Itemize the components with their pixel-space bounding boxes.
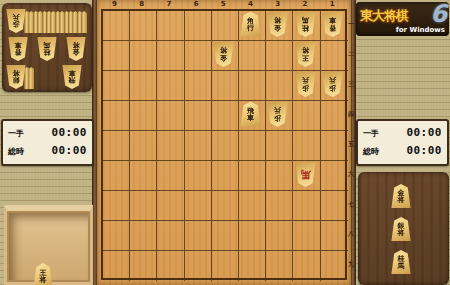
file-label: 9 bbox=[101, 0, 128, 8]
file-label: 6 bbox=[183, 0, 210, 8]
board-square-5八[interactable] bbox=[212, 221, 239, 251]
board-square-5五[interactable] bbox=[212, 131, 239, 161]
hand-piece-gote-knight[interactable]: 桂馬 bbox=[37, 37, 57, 61]
board-square-9七[interactable] bbox=[103, 191, 130, 221]
hand-slat-gote-pawn[interactable] bbox=[81, 11, 87, 33]
clock-value: 00:00 bbox=[51, 126, 87, 139]
board-square-9二[interactable] bbox=[103, 41, 130, 71]
board-square-4七[interactable] bbox=[239, 191, 266, 221]
gote-clock: 一手 00:00 総時 00:00 bbox=[1, 119, 94, 166]
board-square-6四[interactable] bbox=[185, 101, 212, 131]
hand-piece-gote-silver[interactable]: 銀将 bbox=[6, 65, 26, 89]
hand-piece-sente-knight[interactable]: 桂馬 bbox=[391, 250, 411, 274]
board-square-1五[interactable] bbox=[321, 131, 348, 161]
board-square-8一[interactable] bbox=[130, 11, 157, 41]
board-square-6七[interactable] bbox=[185, 191, 212, 221]
board-square-4二[interactable] bbox=[239, 41, 266, 71]
hand-slat-gote-silver[interactable] bbox=[28, 67, 34, 89]
hand-piece-sente-gold[interactable]: 金将 bbox=[391, 184, 411, 208]
board-square-9六[interactable] bbox=[103, 161, 130, 191]
board-square-2八[interactable] bbox=[293, 221, 320, 251]
board-square-7三[interactable] bbox=[157, 71, 184, 101]
board-square-9三[interactable] bbox=[103, 71, 130, 101]
board-square-1九[interactable] bbox=[321, 251, 348, 281]
board-square-8九[interactable] bbox=[130, 251, 157, 281]
board-square-5一[interactable] bbox=[212, 11, 239, 41]
board-square-1七[interactable] bbox=[321, 191, 348, 221]
sente-captured-pieces-tray[interactable]: 金将銀将桂馬 bbox=[358, 172, 449, 285]
board-square-6一[interactable] bbox=[185, 11, 212, 41]
board-square-1四[interactable] bbox=[321, 101, 348, 131]
rank-label: 四 bbox=[347, 110, 355, 118]
board-square-6九[interactable] bbox=[185, 251, 212, 281]
board-square-3七[interactable] bbox=[266, 191, 293, 221]
shogi-board: 987654321一二三四五六七八九角行金将桂馬香車金将王将歩兵歩兵歩兵飛車馬 bbox=[97, 0, 351, 285]
rank-label: 八 bbox=[347, 230, 355, 238]
board-square-8三[interactable] bbox=[130, 71, 157, 101]
board-square-9八[interactable] bbox=[103, 221, 130, 251]
board-square-7二[interactable] bbox=[157, 41, 184, 71]
board-square-7一[interactable] bbox=[157, 11, 184, 41]
rank-label: 六 bbox=[347, 170, 355, 178]
board-square-8二[interactable] bbox=[130, 41, 157, 71]
board-square-2四[interactable] bbox=[293, 101, 320, 131]
app-logo: 東大将棋 6 for Windows bbox=[356, 2, 449, 36]
board-square-7五[interactable] bbox=[157, 131, 184, 161]
board-square-1六[interactable] bbox=[321, 161, 348, 191]
rank-label: 三 bbox=[347, 80, 355, 88]
rank-label: 二 bbox=[347, 50, 355, 58]
file-label: 8 bbox=[128, 0, 155, 8]
hand-piece-gote-pawn[interactable]: 歩兵 bbox=[6, 9, 26, 33]
rank-label: 九 bbox=[347, 260, 355, 268]
board-square-2七[interactable] bbox=[293, 191, 320, 221]
board-square-9五[interactable] bbox=[103, 131, 130, 161]
board-square-9四[interactable] bbox=[103, 101, 130, 131]
clock-label: 総時 bbox=[363, 146, 379, 157]
clock-value: 00:00 bbox=[51, 144, 87, 157]
logo-version-number: 6 bbox=[430, 0, 447, 28]
hand-piece-sente-silver[interactable]: 銀将 bbox=[391, 217, 411, 241]
logo-subtitle-text: for Windows bbox=[396, 26, 445, 34]
hand-piece-gote-gold[interactable]: 金将 bbox=[66, 37, 86, 61]
board-square-6六[interactable] bbox=[185, 161, 212, 191]
board-square-6八[interactable] bbox=[185, 221, 212, 251]
board-square-4九[interactable] bbox=[239, 251, 266, 281]
sente-clock: 一手 00:00 総時 00:00 bbox=[356, 119, 449, 166]
board-square-8七[interactable] bbox=[130, 191, 157, 221]
board-square-9九[interactable] bbox=[103, 251, 130, 281]
board-square-1八[interactable] bbox=[321, 221, 348, 251]
clock-value: 00:00 bbox=[406, 144, 442, 157]
board-square-5六[interactable] bbox=[212, 161, 239, 191]
clock-label: 一手 bbox=[363, 128, 379, 139]
board-square-5七[interactable] bbox=[212, 191, 239, 221]
board-square-8八[interactable] bbox=[130, 221, 157, 251]
board-square-2九[interactable] bbox=[293, 251, 320, 281]
file-label: 2 bbox=[291, 0, 318, 8]
board-square-5四[interactable] bbox=[212, 101, 239, 131]
gote-captured-pieces-tray[interactable]: 歩兵香車桂馬金将銀将飛車 bbox=[2, 3, 92, 92]
board-square-7六[interactable] bbox=[157, 161, 184, 191]
rank-label: 五 bbox=[347, 140, 355, 148]
hand-piece-gote-rook[interactable]: 飛車 bbox=[62, 65, 82, 89]
board-square-2五[interactable] bbox=[293, 131, 320, 161]
file-label: 3 bbox=[264, 0, 291, 8]
logo-title-text: 東大将棋 bbox=[360, 7, 408, 25]
board-square-8六[interactable] bbox=[130, 161, 157, 191]
clock-label: 一手 bbox=[8, 128, 24, 139]
board-square-6二[interactable] bbox=[185, 41, 212, 71]
board-square-8四[interactable] bbox=[130, 101, 157, 131]
board-square-4八[interactable] bbox=[239, 221, 266, 251]
board-square-3五[interactable] bbox=[266, 131, 293, 161]
piece-box-king[interactable]: 王将 bbox=[33, 263, 53, 285]
piece-box: 王将 bbox=[4, 205, 93, 285]
board-square-7四[interactable] bbox=[157, 101, 184, 131]
board-square-6五[interactable] bbox=[185, 131, 212, 161]
shogi-app-window: 987654321一二三四五六七八九角行金将桂馬香車金将王将歩兵歩兵歩兵飛車馬 … bbox=[0, 0, 450, 285]
board-square-3六[interactable] bbox=[266, 161, 293, 191]
board-square-5九[interactable] bbox=[212, 251, 239, 281]
board-square-5三[interactable] bbox=[212, 71, 239, 101]
board-square-8五[interactable] bbox=[130, 131, 157, 161]
file-label: 1 bbox=[319, 0, 346, 8]
board-square-7七[interactable] bbox=[157, 191, 184, 221]
board-square-4五[interactable] bbox=[239, 131, 266, 161]
rank-label: 一 bbox=[347, 20, 355, 28]
board-square-1二[interactable] bbox=[321, 41, 348, 71]
clock-label: 総時 bbox=[8, 146, 24, 157]
file-label: 4 bbox=[237, 0, 264, 8]
board-square-9一[interactable] bbox=[103, 11, 130, 41]
board-square-3九[interactable] bbox=[266, 251, 293, 281]
clock-value: 00:00 bbox=[406, 126, 442, 139]
board-square-4六[interactable] bbox=[239, 161, 266, 191]
board-square-4三[interactable] bbox=[239, 71, 266, 101]
file-label: 7 bbox=[155, 0, 182, 8]
board-square-3二[interactable] bbox=[266, 41, 293, 71]
board-square-3八[interactable] bbox=[266, 221, 293, 251]
rank-label: 七 bbox=[347, 200, 355, 208]
board-square-7八[interactable] bbox=[157, 221, 184, 251]
board-square-3三[interactable] bbox=[266, 71, 293, 101]
file-label: 5 bbox=[210, 0, 237, 8]
hand-piece-gote-lance[interactable]: 香車 bbox=[8, 37, 28, 61]
board-square-6三[interactable] bbox=[185, 71, 212, 101]
board-square-7九[interactable] bbox=[157, 251, 184, 281]
